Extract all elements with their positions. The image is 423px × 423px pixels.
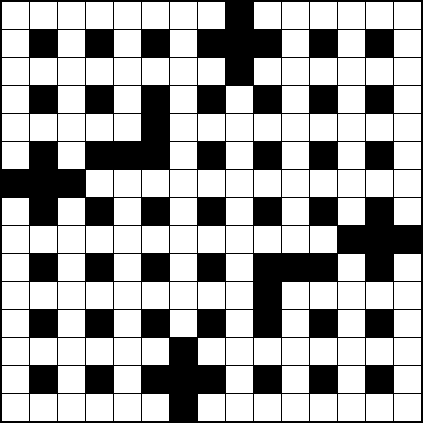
black-cell-r13c7 bbox=[198, 366, 225, 393]
white-cell-r1c0[interactable] bbox=[2, 30, 29, 57]
white-cell-r6c5[interactable] bbox=[142, 170, 169, 197]
white-cell-r0c5[interactable] bbox=[142, 2, 169, 29]
white-cell-r12c1[interactable] bbox=[30, 338, 57, 365]
white-cell-r2c7[interactable] bbox=[198, 58, 225, 85]
white-cell-r8c7[interactable] bbox=[198, 226, 225, 253]
white-cell-r10c7[interactable] bbox=[198, 282, 225, 309]
white-cell-r6c12[interactable] bbox=[338, 170, 365, 197]
black-cell-r13c13 bbox=[366, 366, 393, 393]
white-cell-r9c12[interactable] bbox=[338, 254, 365, 281]
white-cell-r11c2[interactable] bbox=[58, 310, 85, 337]
white-cell-r8c2[interactable] bbox=[58, 226, 85, 253]
white-cell-r4c4[interactable] bbox=[114, 114, 141, 141]
white-cell-r9c0[interactable] bbox=[2, 254, 29, 281]
black-cell-r8c14 bbox=[394, 226, 421, 253]
black-cell-r11c13 bbox=[366, 310, 393, 337]
white-cell-r2c14[interactable] bbox=[394, 58, 421, 85]
white-cell-r5c6[interactable] bbox=[170, 142, 197, 169]
black-cell-r3c5 bbox=[142, 86, 169, 113]
white-cell-r8c9[interactable] bbox=[254, 226, 281, 253]
white-cell-r12c4[interactable] bbox=[114, 338, 141, 365]
white-cell-r12c13[interactable] bbox=[366, 338, 393, 365]
black-cell-r12c6 bbox=[170, 338, 197, 365]
black-cell-r9c7 bbox=[198, 254, 225, 281]
black-cell-r5c1 bbox=[30, 142, 57, 169]
white-cell-r0c12[interactable] bbox=[338, 2, 365, 29]
white-cell-r8c8[interactable] bbox=[226, 226, 253, 253]
black-cell-r11c1 bbox=[30, 310, 57, 337]
white-cell-r4c11[interactable] bbox=[310, 114, 337, 141]
black-cell-r1c7 bbox=[198, 30, 225, 57]
white-cell-r13c14[interactable] bbox=[394, 366, 421, 393]
white-cell-r14c3[interactable] bbox=[86, 394, 113, 421]
white-cell-r12c5[interactable] bbox=[142, 338, 169, 365]
white-cell-r13c10[interactable] bbox=[282, 366, 309, 393]
white-cell-r14c7[interactable] bbox=[198, 394, 225, 421]
white-cell-r2c13[interactable] bbox=[366, 58, 393, 85]
white-cell-r12c14[interactable] bbox=[394, 338, 421, 365]
black-cell-r5c7 bbox=[198, 142, 225, 169]
white-cell-r14c10[interactable] bbox=[282, 394, 309, 421]
white-cell-r6c6[interactable] bbox=[170, 170, 197, 197]
white-cell-r2c6[interactable] bbox=[170, 58, 197, 85]
white-cell-r4c1[interactable] bbox=[30, 114, 57, 141]
black-cell-r8c12 bbox=[338, 226, 365, 253]
white-cell-r0c13[interactable] bbox=[366, 2, 393, 29]
black-cell-r1c1 bbox=[30, 30, 57, 57]
white-cell-r5c8[interactable] bbox=[226, 142, 253, 169]
white-cell-r12c11[interactable] bbox=[310, 338, 337, 365]
black-cell-r9c13 bbox=[366, 254, 393, 281]
white-cell-r3c8[interactable] bbox=[226, 86, 253, 113]
white-cell-r5c14[interactable] bbox=[394, 142, 421, 169]
black-cell-r5c4 bbox=[114, 142, 141, 169]
black-cell-r3c7 bbox=[198, 86, 225, 113]
white-cell-r13c0[interactable] bbox=[2, 366, 29, 393]
black-cell-r9c3 bbox=[86, 254, 113, 281]
white-cell-r2c12[interactable] bbox=[338, 58, 365, 85]
white-cell-r13c8[interactable] bbox=[226, 366, 253, 393]
black-cell-r3c9 bbox=[254, 86, 281, 113]
black-cell-r7c1 bbox=[30, 198, 57, 225]
white-cell-r6c14[interactable] bbox=[394, 170, 421, 197]
white-cell-r2c1[interactable] bbox=[30, 58, 57, 85]
black-cell-r7c9 bbox=[254, 198, 281, 225]
black-cell-r9c9 bbox=[254, 254, 281, 281]
black-cell-r5c9 bbox=[254, 142, 281, 169]
white-cell-r11c14[interactable] bbox=[394, 310, 421, 337]
black-cell-r5c13 bbox=[366, 142, 393, 169]
white-cell-r6c3[interactable] bbox=[86, 170, 113, 197]
black-cell-r11c5 bbox=[142, 310, 169, 337]
black-cell-r1c8 bbox=[226, 30, 253, 57]
black-cell-r7c7 bbox=[198, 198, 225, 225]
white-cell-r4c14[interactable] bbox=[394, 114, 421, 141]
white-cell-r4c10[interactable] bbox=[282, 114, 309, 141]
white-cell-r10c1[interactable] bbox=[30, 282, 57, 309]
black-cell-r2c8 bbox=[226, 58, 253, 85]
black-cell-r13c11 bbox=[310, 366, 337, 393]
white-cell-r6c4[interactable] bbox=[114, 170, 141, 197]
black-cell-r6c0 bbox=[2, 170, 29, 197]
white-cell-r10c2[interactable] bbox=[58, 282, 85, 309]
white-cell-r0c11[interactable] bbox=[310, 2, 337, 29]
white-cell-r7c2[interactable] bbox=[58, 198, 85, 225]
white-cell-r8c3[interactable] bbox=[86, 226, 113, 253]
white-cell-r12c3[interactable] bbox=[86, 338, 113, 365]
white-cell-r6c7[interactable] bbox=[198, 170, 225, 197]
black-cell-r11c3 bbox=[86, 310, 113, 337]
white-cell-r12c10[interactable] bbox=[282, 338, 309, 365]
white-cell-r12c9[interactable] bbox=[254, 338, 281, 365]
white-cell-r5c2[interactable] bbox=[58, 142, 85, 169]
white-cell-r9c8[interactable] bbox=[226, 254, 253, 281]
white-cell-r11c8[interactable] bbox=[226, 310, 253, 337]
white-cell-r8c1[interactable] bbox=[30, 226, 57, 253]
white-cell-r1c14[interactable] bbox=[394, 30, 421, 57]
white-cell-r4c7[interactable] bbox=[198, 114, 225, 141]
white-cell-r10c10[interactable] bbox=[282, 282, 309, 309]
white-cell-r14c14[interactable] bbox=[394, 394, 421, 421]
black-cell-r5c3 bbox=[86, 142, 113, 169]
white-cell-r0c14[interactable] bbox=[394, 2, 421, 29]
white-cell-r12c0[interactable] bbox=[2, 338, 29, 365]
black-cell-r5c5 bbox=[142, 142, 169, 169]
white-cell-r11c4[interactable] bbox=[114, 310, 141, 337]
black-cell-r9c5 bbox=[142, 254, 169, 281]
white-cell-r11c12[interactable] bbox=[338, 310, 365, 337]
black-cell-r9c1 bbox=[30, 254, 57, 281]
black-cell-r7c3 bbox=[86, 198, 113, 225]
black-cell-r10c9 bbox=[254, 282, 281, 309]
white-cell-r3c2[interactable] bbox=[58, 86, 85, 113]
white-cell-r0c9[interactable] bbox=[254, 2, 281, 29]
black-cell-r13c6 bbox=[170, 366, 197, 393]
white-cell-r14c12[interactable] bbox=[338, 394, 365, 421]
white-cell-r9c14[interactable] bbox=[394, 254, 421, 281]
white-cell-r6c10[interactable] bbox=[282, 170, 309, 197]
white-cell-r3c4[interactable] bbox=[114, 86, 141, 113]
white-cell-r14c11[interactable] bbox=[310, 394, 337, 421]
white-cell-r11c6[interactable] bbox=[170, 310, 197, 337]
black-cell-r1c5 bbox=[142, 30, 169, 57]
white-cell-r0c1[interactable] bbox=[30, 2, 57, 29]
white-cell-r4c0[interactable] bbox=[2, 114, 29, 141]
white-cell-r2c0[interactable] bbox=[2, 58, 29, 85]
black-cell-r3c1 bbox=[30, 86, 57, 113]
white-cell-r10c11[interactable] bbox=[310, 282, 337, 309]
white-cell-r14c2[interactable] bbox=[58, 394, 85, 421]
black-cell-r6c1 bbox=[30, 170, 57, 197]
white-cell-r5c12[interactable] bbox=[338, 142, 365, 169]
white-cell-r8c4[interactable] bbox=[114, 226, 141, 253]
white-cell-r3c14[interactable] bbox=[394, 86, 421, 113]
black-cell-r11c7 bbox=[198, 310, 225, 337]
black-cell-r4c5 bbox=[142, 114, 169, 141]
white-cell-r10c13[interactable] bbox=[366, 282, 393, 309]
white-cell-r8c11[interactable] bbox=[310, 226, 337, 253]
white-cell-r1c6[interactable] bbox=[170, 30, 197, 57]
white-cell-r2c2[interactable] bbox=[58, 58, 85, 85]
black-cell-r3c13 bbox=[366, 86, 393, 113]
white-cell-r3c6[interactable] bbox=[170, 86, 197, 113]
black-cell-r9c11 bbox=[310, 254, 337, 281]
white-cell-r0c10[interactable] bbox=[282, 2, 309, 29]
white-cell-r0c6[interactable] bbox=[170, 2, 197, 29]
white-cell-r4c13[interactable] bbox=[366, 114, 393, 141]
white-cell-r11c10[interactable] bbox=[282, 310, 309, 337]
white-cell-r2c10[interactable] bbox=[282, 58, 309, 85]
white-cell-r1c10[interactable] bbox=[282, 30, 309, 57]
white-cell-r3c10[interactable] bbox=[282, 86, 309, 113]
crossword-grid bbox=[0, 0, 423, 423]
black-cell-r13c5 bbox=[142, 366, 169, 393]
white-cell-r2c3[interactable] bbox=[86, 58, 113, 85]
white-cell-r2c5[interactable] bbox=[142, 58, 169, 85]
black-cell-r13c9 bbox=[254, 366, 281, 393]
white-cell-r14c13[interactable] bbox=[366, 394, 393, 421]
white-cell-r0c2[interactable] bbox=[58, 2, 85, 29]
white-cell-r7c0[interactable] bbox=[2, 198, 29, 225]
black-cell-r1c9 bbox=[254, 30, 281, 57]
white-cell-r12c8[interactable] bbox=[226, 338, 253, 365]
white-cell-r9c4[interactable] bbox=[114, 254, 141, 281]
black-cell-r7c5 bbox=[142, 198, 169, 225]
white-cell-r4c12[interactable] bbox=[338, 114, 365, 141]
white-cell-r7c12[interactable] bbox=[338, 198, 365, 225]
white-cell-r6c11[interactable] bbox=[310, 170, 337, 197]
white-cell-r12c2[interactable] bbox=[58, 338, 85, 365]
white-cell-r2c4[interactable] bbox=[114, 58, 141, 85]
white-cell-r1c4[interactable] bbox=[114, 30, 141, 57]
white-cell-r10c5[interactable] bbox=[142, 282, 169, 309]
white-cell-r5c0[interactable] bbox=[2, 142, 29, 169]
black-cell-r3c3 bbox=[86, 86, 113, 113]
white-cell-r9c6[interactable] bbox=[170, 254, 197, 281]
black-cell-r13c1 bbox=[30, 366, 57, 393]
white-cell-r5c10[interactable] bbox=[282, 142, 309, 169]
white-cell-r6c8[interactable] bbox=[226, 170, 253, 197]
white-cell-r10c14[interactable] bbox=[394, 282, 421, 309]
white-cell-r10c6[interactable] bbox=[170, 282, 197, 309]
white-cell-r8c10[interactable] bbox=[282, 226, 309, 253]
white-cell-r14c4[interactable] bbox=[114, 394, 141, 421]
black-cell-r1c3 bbox=[86, 30, 113, 57]
white-cell-r13c2[interactable] bbox=[58, 366, 85, 393]
black-cell-r8c13 bbox=[366, 226, 393, 253]
white-cell-r0c4[interactable] bbox=[114, 2, 141, 29]
white-cell-r3c12[interactable] bbox=[338, 86, 365, 113]
white-cell-r11c0[interactable] bbox=[2, 310, 29, 337]
white-cell-r9c2[interactable] bbox=[58, 254, 85, 281]
white-cell-r14c9[interactable] bbox=[254, 394, 281, 421]
white-cell-r8c6[interactable] bbox=[170, 226, 197, 253]
white-cell-r14c8[interactable] bbox=[226, 394, 253, 421]
black-cell-r7c13 bbox=[366, 198, 393, 225]
white-cell-r0c0[interactable] bbox=[2, 2, 29, 29]
white-cell-r14c1[interactable] bbox=[30, 394, 57, 421]
white-cell-r4c3[interactable] bbox=[86, 114, 113, 141]
white-cell-r4c2[interactable] bbox=[58, 114, 85, 141]
white-cell-r14c0[interactable] bbox=[2, 394, 29, 421]
white-cell-r8c5[interactable] bbox=[142, 226, 169, 253]
black-cell-r3c11 bbox=[310, 86, 337, 113]
black-cell-r0c8 bbox=[226, 2, 253, 29]
black-cell-r1c11 bbox=[310, 30, 337, 57]
white-cell-r10c8[interactable] bbox=[226, 282, 253, 309]
black-cell-r9c10 bbox=[282, 254, 309, 281]
white-cell-r7c14[interactable] bbox=[394, 198, 421, 225]
white-cell-r6c9[interactable] bbox=[254, 170, 281, 197]
white-cell-r2c9[interactable] bbox=[254, 58, 281, 85]
white-cell-r14c5[interactable] bbox=[142, 394, 169, 421]
white-cell-r7c6[interactable] bbox=[170, 198, 197, 225]
black-cell-r6c2 bbox=[58, 170, 85, 197]
white-cell-r7c4[interactable] bbox=[114, 198, 141, 225]
white-cell-r10c4[interactable] bbox=[114, 282, 141, 309]
white-cell-r12c12[interactable] bbox=[338, 338, 365, 365]
black-cell-r11c9 bbox=[254, 310, 281, 337]
white-cell-r3c0[interactable] bbox=[2, 86, 29, 113]
white-cell-r10c12[interactable] bbox=[338, 282, 365, 309]
white-cell-r7c8[interactable] bbox=[226, 198, 253, 225]
black-cell-r11c11 bbox=[310, 310, 337, 337]
black-cell-r13c3 bbox=[86, 366, 113, 393]
white-cell-r10c3[interactable] bbox=[86, 282, 113, 309]
white-cell-r4c6[interactable] bbox=[170, 114, 197, 141]
white-cell-r2c11[interactable] bbox=[310, 58, 337, 85]
white-cell-r10c0[interactable] bbox=[2, 282, 29, 309]
white-cell-r8c0[interactable] bbox=[2, 226, 29, 253]
white-cell-r4c8[interactable] bbox=[226, 114, 253, 141]
black-cell-r1c13 bbox=[366, 30, 393, 57]
white-cell-r1c12[interactable] bbox=[338, 30, 365, 57]
white-cell-r0c3[interactable] bbox=[86, 2, 113, 29]
black-cell-r14c6 bbox=[170, 394, 197, 421]
black-cell-r5c11 bbox=[310, 142, 337, 169]
white-cell-r12c7[interactable] bbox=[198, 338, 225, 365]
white-cell-r13c4[interactable] bbox=[114, 366, 141, 393]
white-cell-r13c12[interactable] bbox=[338, 366, 365, 393]
puzzle-page bbox=[0, 0, 423, 423]
white-cell-r7c10[interactable] bbox=[282, 198, 309, 225]
white-cell-r6c13[interactable] bbox=[366, 170, 393, 197]
white-cell-r1c2[interactable] bbox=[58, 30, 85, 57]
white-cell-r4c9[interactable] bbox=[254, 114, 281, 141]
black-cell-r7c11 bbox=[310, 198, 337, 225]
white-cell-r0c7[interactable] bbox=[198, 2, 225, 29]
